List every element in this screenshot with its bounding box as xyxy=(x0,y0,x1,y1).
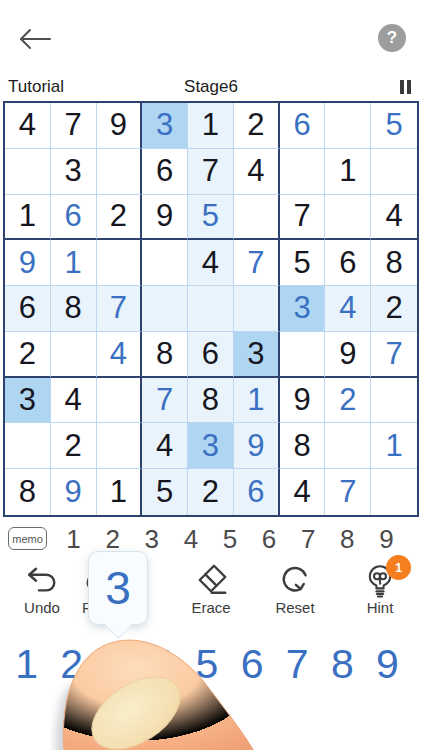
sudoku-cell-r3c1[interactable]: 1 xyxy=(5,195,51,241)
sudoku-cell-r5c6[interactable] xyxy=(234,286,280,332)
sudoku-cell-r7c2[interactable]: 4 xyxy=(51,378,97,424)
erase-button[interactable]: Erace xyxy=(169,562,253,624)
back-button[interactable] xyxy=(18,27,52,51)
memo-number-9[interactable]: 9 xyxy=(367,524,406,555)
keypad-number-5[interactable]: 5 xyxy=(184,640,229,688)
sudoku-cell-r6c7[interactable] xyxy=(280,332,326,378)
sudoku-cell-r5c2[interactable]: 8 xyxy=(51,286,97,332)
sudoku-cell-r9c6[interactable]: 6 xyxy=(234,469,280,515)
keypad-number-4[interactable]: 4 xyxy=(139,640,184,688)
sudoku-cell-r1c5[interactable]: 1 xyxy=(188,103,234,149)
sudoku-cell-r7c5[interactable]: 8 xyxy=(188,378,234,424)
sudoku-cell-r4c7[interactable]: 5 xyxy=(280,240,326,286)
sudoku-cell-r2c4[interactable]: 6 xyxy=(142,149,188,195)
sudoku-cell-r2c2[interactable]: 3 xyxy=(51,149,97,195)
sudoku-cell-r4c2[interactable]: 1 xyxy=(51,240,97,286)
sudoku-cell-r4c4[interactable] xyxy=(142,240,188,286)
memo-number-7[interactable]: 7 xyxy=(289,524,328,555)
sudoku-cell-r7c1[interactable]: 3 xyxy=(5,378,51,424)
sudoku-cell-r5c9[interactable]: 2 xyxy=(371,286,417,332)
sudoku-cell-r4c9[interactable]: 8 xyxy=(371,240,417,286)
sudoku-cell-r8c7[interactable]: 8 xyxy=(280,423,326,469)
back-arrow-icon xyxy=(21,30,50,48)
hint-button[interactable]: Hint 1 xyxy=(338,562,422,624)
pause-button[interactable] xyxy=(400,80,413,94)
sudoku-cell-r4c5[interactable]: 4 xyxy=(188,240,234,286)
sudoku-cell-r6c5[interactable]: 6 xyxy=(188,332,234,378)
sudoku-cell-r9c5[interactable]: 2 xyxy=(188,469,234,515)
sudoku-cell-r6c4[interactable]: 8 xyxy=(142,332,188,378)
sudoku-cell-r9c8[interactable]: 7 xyxy=(325,469,371,515)
tooltip-number: 3 xyxy=(105,561,131,615)
sudoku-cell-r4c8[interactable]: 6 xyxy=(325,240,371,286)
keypad-number-3[interactable]: 3 xyxy=(94,640,139,688)
sudoku-cell-r7c3[interactable] xyxy=(97,378,143,424)
sudoku-cell-r2c6[interactable]: 4 xyxy=(234,149,280,195)
sudoku-cell-r3c5[interactable]: 5 xyxy=(188,195,234,241)
question-mark-icon: ? xyxy=(387,28,397,48)
sudoku-cell-r9c9[interactable] xyxy=(371,469,417,515)
help-button[interactable]: ? xyxy=(378,24,406,52)
keypad-number-8[interactable]: 8 xyxy=(320,640,365,688)
sudoku-cell-r6c3[interactable]: 4 xyxy=(97,332,143,378)
sudoku-cell-r5c7[interactable]: 3 xyxy=(280,286,326,332)
sudoku-cell-r2c7[interactable] xyxy=(280,149,326,195)
sudoku-cell-r5c5[interactable] xyxy=(188,286,234,332)
sudoku-cell-r3c4[interactable]: 9 xyxy=(142,195,188,241)
sudoku-cell-r9c1[interactable]: 8 xyxy=(5,469,51,515)
sudoku-cell-r7c9[interactable] xyxy=(371,378,417,424)
tutorial-label: Tutorial xyxy=(8,77,64,97)
sudoku-cell-r3c7[interactable]: 7 xyxy=(280,195,326,241)
sudoku-cell-r3c3[interactable]: 2 xyxy=(97,195,143,241)
undo-label: Undo xyxy=(24,599,60,616)
sudoku-cell-r8c1[interactable] xyxy=(5,423,51,469)
sudoku-cell-r1c7[interactable]: 6 xyxy=(280,103,326,149)
tutorial-tooltip: 3 xyxy=(88,551,148,625)
reset-button[interactable]: Reset xyxy=(253,562,337,624)
sudoku-cell-r4c1[interactable]: 9 xyxy=(5,240,51,286)
sudoku-cell-r4c6[interactable]: 7 xyxy=(234,240,280,286)
keypad-number-1[interactable]: 1 xyxy=(4,640,49,688)
sudoku-cell-r1c2[interactable]: 7 xyxy=(51,103,97,149)
undo-icon xyxy=(24,562,60,598)
sudoku-cell-r9c3[interactable]: 1 xyxy=(97,469,143,515)
sudoku-cell-r8c6[interactable]: 9 xyxy=(234,423,280,469)
reset-label: Reset xyxy=(275,599,314,616)
erase-label: Erace xyxy=(191,599,230,616)
pause-icon xyxy=(400,80,404,94)
sudoku-cell-r6c1[interactable]: 2 xyxy=(5,332,51,378)
number-keypad: 123456789 xyxy=(4,640,410,688)
sudoku-cell-r8c4[interactable]: 4 xyxy=(142,423,188,469)
sudoku-cell-r6c2[interactable] xyxy=(51,332,97,378)
sudoku-cell-r6c9[interactable]: 7 xyxy=(371,332,417,378)
keypad-number-6[interactable]: 6 xyxy=(230,640,275,688)
sudoku-cell-r2c1[interactable] xyxy=(5,149,51,195)
memo-number-8[interactable]: 8 xyxy=(328,524,367,555)
sudoku-cell-r1c4[interactable]: 3 xyxy=(142,103,188,149)
sudoku-cell-r5c1[interactable]: 6 xyxy=(5,286,51,332)
sudoku-cell-r1c9[interactable]: 5 xyxy=(371,103,417,149)
sudoku-cell-r9c2[interactable]: 9 xyxy=(51,469,97,515)
memo-toggle-button[interactable]: memo xyxy=(8,527,47,550)
sudoku-cell-r8c2[interactable]: 2 xyxy=(51,423,97,469)
sudoku-app: ? Tutorial Stage6 4793126536741162957491… xyxy=(0,0,422,750)
sudoku-cell-r3c8[interactable] xyxy=(325,195,371,241)
sudoku-grid: 4793126536741162957491475686873422486397… xyxy=(3,101,419,517)
hint-badge: 1 xyxy=(386,555,411,580)
sudoku-cell-r2c8[interactable]: 1 xyxy=(325,149,371,195)
memo-number-row: 123456789 xyxy=(54,524,406,554)
sudoku-cell-r1c3[interactable]: 9 xyxy=(97,103,143,149)
stage-label: Stage6 xyxy=(184,77,238,97)
sudoku-cell-r7c8[interactable]: 2 xyxy=(325,378,371,424)
reset-icon xyxy=(277,562,313,598)
eraser-icon xyxy=(193,562,229,598)
keypad-number-7[interactable]: 7 xyxy=(275,640,320,688)
sudoku-cell-r5c4[interactable] xyxy=(142,286,188,332)
sudoku-cell-r3c2[interactable]: 6 xyxy=(51,195,97,241)
memo-number-5[interactable]: 5 xyxy=(210,524,249,555)
sudoku-cell-r1c1[interactable]: 4 xyxy=(5,103,51,149)
sudoku-cell-r9c7[interactable]: 4 xyxy=(280,469,326,515)
sudoku-cell-r1c6[interactable]: 2 xyxy=(234,103,280,149)
memo-number-4[interactable]: 4 xyxy=(171,524,210,555)
memo-number-1[interactable]: 1 xyxy=(54,524,93,555)
status-bar: Tutorial Stage6 xyxy=(0,77,422,100)
sudoku-cell-r4c3[interactable] xyxy=(97,240,143,286)
sudoku-cell-r7c6[interactable]: 1 xyxy=(234,378,280,424)
sudoku-cell-r6c8[interactable]: 9 xyxy=(325,332,371,378)
sudoku-cell-r3c6[interactable] xyxy=(234,195,280,241)
sudoku-cell-r2c9[interactable] xyxy=(371,149,417,195)
memo-number-6[interactable]: 6 xyxy=(250,524,289,555)
sudoku-cell-r8c8[interactable] xyxy=(325,423,371,469)
sudoku-cell-r5c8[interactable]: 4 xyxy=(325,286,371,332)
memo-label: memo xyxy=(12,533,43,545)
toolbar: Undo Redo Erace xyxy=(0,562,422,624)
sudoku-cell-r1c8[interactable] xyxy=(325,103,371,149)
keypad-number-9[interactable]: 9 xyxy=(365,640,410,688)
sudoku-cell-r6c6[interactable]: 3 xyxy=(234,332,280,378)
sudoku-cell-r2c3[interactable] xyxy=(97,149,143,195)
sudoku-cell-r8c3[interactable] xyxy=(97,423,143,469)
sudoku-cell-r7c7[interactable]: 9 xyxy=(280,378,326,424)
hint-label: Hint xyxy=(367,599,394,616)
sudoku-cell-r3c9[interactable]: 4 xyxy=(371,195,417,241)
sudoku-cell-r7c4[interactable]: 7 xyxy=(142,378,188,424)
sudoku-cell-r5c3[interactable]: 7 xyxy=(97,286,143,332)
sudoku-cell-r8c9[interactable]: 1 xyxy=(371,423,417,469)
sudoku-cell-r9c4[interactable]: 5 xyxy=(142,469,188,515)
keypad-number-2[interactable]: 2 xyxy=(49,640,94,688)
sudoku-cell-r2c5[interactable]: 7 xyxy=(188,149,234,195)
sudoku-cell-r8c5[interactable]: 3 xyxy=(188,423,234,469)
